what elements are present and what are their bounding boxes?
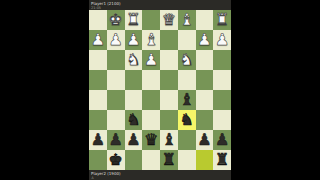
square-a8[interactable]: ♜ [213, 150, 231, 170]
white-pawn: ♟ [126, 32, 140, 48]
chess-board: ♚♜♛♝♜♟♟♟♝♟♟♞♟♞♝♞♞♟♟♟♛♝♟♟♚♜♜ [89, 10, 231, 170]
square-d7[interactable]: ♝ [160, 130, 178, 150]
square-a5[interactable] [213, 90, 231, 110]
square-h5[interactable] [89, 90, 107, 110]
square-b1[interactable] [196, 10, 214, 30]
square-a1[interactable]: ♜ [213, 10, 231, 30]
square-b4[interactable] [196, 70, 214, 90]
black-pawn: ♟ [91, 132, 105, 148]
white-pawn: ♟ [197, 32, 211, 48]
square-f3[interactable]: ♞ [125, 50, 143, 70]
square-g4[interactable] [107, 70, 125, 90]
square-a3[interactable] [213, 50, 231, 70]
square-a6[interactable] [213, 110, 231, 130]
white-rook: ♜ [215, 12, 229, 28]
square-d2[interactable] [160, 30, 178, 50]
square-f2[interactable]: ♟ [125, 30, 143, 50]
square-h1[interactable] [89, 10, 107, 30]
black-pawn: ♟ [215, 132, 229, 148]
square-c4[interactable] [178, 70, 196, 90]
square-h4[interactable] [89, 70, 107, 90]
square-g5[interactable] [107, 90, 125, 110]
player-bar: Player2 (1900) ♙ [89, 170, 231, 180]
square-e5[interactable] [142, 90, 160, 110]
square-e8[interactable] [142, 150, 160, 170]
square-h6[interactable] [89, 110, 107, 130]
square-b6[interactable] [196, 110, 214, 130]
square-c2[interactable] [178, 30, 196, 50]
video-frame: Player1 (2100) 21:05 ♚♜♛♝♜♟♟♟♝♟♟♞♟♞♝♞♞♟♟… [89, 0, 231, 180]
white-bishop: ♝ [179, 12, 193, 28]
white-pawn: ♟ [215, 32, 229, 48]
square-f1[interactable]: ♜ [125, 10, 143, 30]
square-d3[interactable] [160, 50, 178, 70]
square-c1[interactable]: ♝ [178, 10, 196, 30]
square-g3[interactable] [107, 50, 125, 70]
square-a7[interactable]: ♟ [213, 130, 231, 150]
square-f7[interactable]: ♟ [125, 130, 143, 150]
black-rook: ♜ [215, 152, 229, 168]
square-d5[interactable] [160, 90, 178, 110]
square-c7[interactable] [178, 130, 196, 150]
black-knight: ♞ [179, 112, 193, 128]
white-bishop: ♝ [144, 32, 158, 48]
white-knight: ♞ [126, 52, 140, 68]
square-b7[interactable]: ♟ [196, 130, 214, 150]
square-g6[interactable] [107, 110, 125, 130]
square-d8[interactable]: ♜ [160, 150, 178, 170]
square-d1[interactable]: ♛ [160, 10, 178, 30]
black-bishop: ♝ [179, 92, 193, 108]
square-h3[interactable] [89, 50, 107, 70]
square-f8[interactable] [125, 150, 143, 170]
square-e2[interactable]: ♝ [142, 30, 160, 50]
black-king: ♚ [108, 152, 122, 168]
square-f4[interactable] [125, 70, 143, 90]
white-knight: ♞ [179, 52, 193, 68]
square-c8[interactable] [178, 150, 196, 170]
black-rook: ♜ [162, 152, 176, 168]
square-d6[interactable] [160, 110, 178, 130]
white-rook: ♜ [126, 12, 140, 28]
white-pawn: ♟ [108, 32, 122, 48]
black-pawn: ♟ [126, 132, 140, 148]
white-queen: ♛ [162, 12, 176, 28]
square-b5[interactable] [196, 90, 214, 110]
black-bishop: ♝ [162, 132, 176, 148]
square-f6[interactable]: ♞ [125, 110, 143, 130]
black-queen: ♛ [144, 132, 158, 148]
square-g1[interactable]: ♚ [107, 10, 125, 30]
square-h2[interactable]: ♟ [89, 30, 107, 50]
square-e6[interactable] [142, 110, 160, 130]
opponent-subtext: 21:05 [91, 6, 231, 10]
square-a2[interactable]: ♟ [213, 30, 231, 50]
square-e7[interactable]: ♛ [142, 130, 160, 150]
square-f5[interactable] [125, 90, 143, 110]
square-g2[interactable]: ♟ [107, 30, 125, 50]
square-d4[interactable] [160, 70, 178, 90]
square-h7[interactable]: ♟ [89, 130, 107, 150]
black-pawn: ♟ [197, 132, 211, 148]
square-b8[interactable] [196, 150, 214, 170]
white-king: ♚ [108, 12, 122, 28]
square-e1[interactable] [142, 10, 160, 30]
square-e4[interactable] [142, 70, 160, 90]
square-b3[interactable] [196, 50, 214, 70]
square-c3[interactable]: ♞ [178, 50, 196, 70]
square-b2[interactable]: ♟ [196, 30, 214, 50]
white-pawn: ♟ [91, 32, 105, 48]
square-g7[interactable]: ♟ [107, 130, 125, 150]
opponent-bar: Player1 (2100) 21:05 [89, 0, 231, 10]
square-a4[interactable] [213, 70, 231, 90]
black-knight: ♞ [126, 112, 140, 128]
square-e3[interactable]: ♟ [142, 50, 160, 70]
square-g8[interactable]: ♚ [107, 150, 125, 170]
square-c5[interactable]: ♝ [178, 90, 196, 110]
captured-pieces: ♙ [91, 176, 231, 180]
square-h8[interactable] [89, 150, 107, 170]
white-pawn: ♟ [144, 52, 158, 68]
black-pawn: ♟ [108, 132, 122, 148]
square-c6[interactable]: ♞ [178, 110, 196, 130]
